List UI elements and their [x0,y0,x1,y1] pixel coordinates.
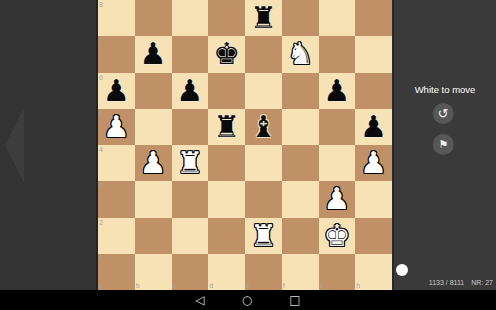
file-label: e [246,282,250,289]
black-pawn[interactable]: ♟ [360,112,387,142]
white-rook[interactable]: ♜ [176,148,203,178]
square-g3[interactable]: ♟ [319,181,356,217]
chess-board[interactable]: 8♜7♟♚♞6♟♟♟5♟♜♝♟4♟♜♟3♟2♜♚1abcdefgh [96,0,394,290]
square-a5[interactable]: 5♟ [98,109,135,145]
android-navbar: ◁ ○ □ [0,290,496,310]
square-b1[interactable]: b [135,254,172,290]
square-d4[interactable] [208,145,245,181]
rank-label: 8 [99,1,103,8]
file-label: b [136,282,140,289]
white-rook[interactable]: ♜ [250,221,277,251]
square-d6[interactable] [208,73,245,109]
square-d2[interactable] [208,218,245,254]
back-icon[interactable]: ◁ [195,294,204,306]
square-c6[interactable]: ♟ [172,73,209,109]
square-d1[interactable]: d [208,254,245,290]
square-f2[interactable] [282,218,319,254]
square-f3[interactable] [282,181,319,217]
square-h6[interactable] [355,73,392,109]
square-g6[interactable]: ♟ [319,73,356,109]
sidebar: White to move ↺ ⚑ 1133 / 8111NR: 27 [394,0,496,290]
black-bishop[interactable]: ♝ [250,112,277,142]
square-b6[interactable] [135,73,172,109]
white-pawn[interactable]: ♟ [360,148,387,178]
square-e8[interactable]: ♜ [245,0,282,36]
square-d8[interactable] [208,0,245,36]
square-h7[interactable] [355,36,392,72]
square-c7[interactable] [172,36,209,72]
square-h2[interactable] [355,218,392,254]
square-a4[interactable]: 4 [98,145,135,181]
black-pawn[interactable]: ♟ [323,76,350,106]
square-g4[interactable] [319,145,356,181]
square-b3[interactable] [135,181,172,217]
black-rook[interactable]: ♜ [213,112,240,142]
square-e2[interactable]: ♜ [245,218,282,254]
flag-icon: ⚑ [438,138,448,151]
square-c8[interactable] [172,0,209,36]
square-e1[interactable]: e [245,254,282,290]
rank-label: 4 [99,146,103,153]
black-rook[interactable]: ♜ [250,3,277,33]
black-pawn[interactable]: ♟ [140,39,167,69]
recents-icon[interactable]: □ [289,294,300,306]
square-g7[interactable] [319,36,356,72]
rank-label: 7 [99,37,103,44]
square-b4[interactable]: ♟ [135,145,172,181]
square-d5[interactable]: ♜ [208,109,245,145]
square-a1[interactable]: 1a [98,254,135,290]
square-e6[interactable] [245,73,282,109]
home-icon[interactable]: ○ [242,294,252,306]
white-king[interactable]: ♚ [323,221,350,251]
chevron-left-icon[interactable] [5,107,24,183]
square-f6[interactable] [282,73,319,109]
left-panel [0,0,96,290]
square-h1[interactable]: h [355,254,392,290]
file-label: g [320,282,324,289]
white-pawn[interactable]: ♟ [323,184,350,214]
square-f4[interactable] [282,145,319,181]
square-b5[interactable] [135,109,172,145]
square-e7[interactable] [245,36,282,72]
square-g1[interactable]: g [319,254,356,290]
square-c1[interactable]: c [172,254,209,290]
file-label: c [173,282,177,289]
square-f5[interactable] [282,109,319,145]
puzzle-counter: 1133 / 8111 [429,279,464,286]
square-c3[interactable] [172,181,209,217]
square-d3[interactable] [208,181,245,217]
square-a8[interactable]: 8 [98,0,135,36]
puzzle-progress: 1133 / 8111NR: 27 [429,278,493,287]
turn-status-text: White to move [394,84,496,96]
square-e5[interactable]: ♝ [245,109,282,145]
square-a3[interactable]: 3 [98,181,135,217]
file-label: h [356,282,360,289]
flag-button[interactable]: ⚑ [433,134,454,155]
black-pawn[interactable]: ♟ [103,76,130,106]
square-a6[interactable]: 6♟ [98,73,135,109]
square-f7[interactable]: ♞ [282,36,319,72]
white-dot-indicator [396,264,408,276]
white-pawn[interactable]: ♟ [140,148,167,178]
square-e3[interactable] [245,181,282,217]
rank-label: 2 [99,219,103,226]
rank-label: 1 [99,255,103,262]
file-label: d [209,282,213,289]
square-g5[interactable] [319,109,356,145]
file-label: f [283,282,285,289]
file-label: a [99,282,103,289]
undo-button[interactable]: ↺ [433,103,454,124]
white-knight[interactable]: ♞ [287,39,314,69]
square-f1[interactable]: f [282,254,319,290]
square-g8[interactable] [319,0,356,36]
square-g2[interactable]: ♚ [319,218,356,254]
square-a7[interactable]: 7 [98,36,135,72]
square-b7[interactable]: ♟ [135,36,172,72]
square-b8[interactable] [135,0,172,36]
square-c4[interactable]: ♜ [172,145,209,181]
square-a2[interactable]: 2 [98,218,135,254]
square-h3[interactable] [355,181,392,217]
rank-label: 3 [99,182,103,189]
square-h5[interactable]: ♟ [355,109,392,145]
square-h8[interactable] [355,0,392,36]
square-b2[interactable] [135,218,172,254]
square-h4[interactable]: ♟ [355,145,392,181]
square-f8[interactable] [282,0,319,36]
square-e4[interactable] [245,145,282,181]
black-king[interactable]: ♚ [213,39,240,69]
square-c5[interactable] [172,109,209,145]
puzzle-rating: NR: 27 [471,279,493,286]
square-d7[interactable]: ♚ [208,36,245,72]
white-pawn[interactable]: ♟ [103,112,130,142]
black-pawn[interactable]: ♟ [176,76,203,106]
undo-icon: ↺ [438,107,449,120]
square-c2[interactable] [172,218,209,254]
